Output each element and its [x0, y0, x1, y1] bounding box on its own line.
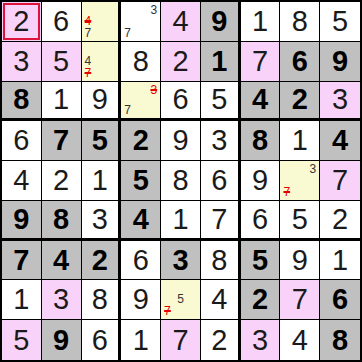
cell-r5c2[interactable]: 2	[42, 161, 82, 201]
cell-r6c3[interactable]: 3	[82, 201, 122, 241]
cell-r5c7[interactable]: 9	[241, 161, 281, 201]
cell-r9c7[interactable]: 3	[241, 320, 281, 360]
cell-r1c3[interactable]: 47	[82, 2, 122, 42]
cell-r2c1[interactable]: 3	[2, 42, 42, 82]
cell-r1c8[interactable]: 8	[280, 2, 320, 42]
cell-r5c8[interactable]: 37	[280, 161, 320, 201]
given-digit: 9	[211, 7, 227, 36]
cell-r5c5[interactable]: 8	[161, 161, 201, 201]
eliminated-candidate: 7	[283, 186, 290, 198]
entered-digit: 5	[211, 85, 227, 114]
cell-r8c5[interactable]: 57	[161, 280, 201, 320]
entered-digit: 5	[332, 7, 348, 36]
cell-r2c4[interactable]: 8	[121, 42, 161, 82]
given-digit: 2	[252, 285, 268, 314]
cell-r9c5[interactable]: 7	[161, 320, 201, 360]
eliminated-candidate: 3	[150, 84, 157, 96]
cell-r3c8[interactable]: 2	[280, 82, 320, 122]
given-digit: 2	[92, 246, 108, 275]
cell-r5c3[interactable]: 1	[82, 161, 122, 201]
cell-r4c3[interactable]: 5	[82, 121, 122, 161]
cell-r4c4[interactable]: 2	[121, 121, 161, 161]
cell-r1c9[interactable]: 5	[320, 2, 360, 42]
entered-digit: 9	[133, 285, 149, 314]
cell-r9c1[interactable]: 5	[2, 320, 42, 360]
entered-digit: 6	[92, 326, 108, 355]
entered-digit: 3	[92, 205, 108, 234]
candidate: 3	[150, 4, 157, 16]
given-digit: 3	[172, 246, 188, 275]
entered-digit: 5	[53, 47, 69, 76]
cell-r9c4[interactable]: 1	[121, 320, 161, 360]
entered-digit: 1	[292, 126, 308, 155]
cell-r6c4[interactable]: 4	[121, 201, 161, 241]
cell-r3c6[interactable]: 5	[201, 82, 241, 122]
cell-r1c2[interactable]: 6	[42, 2, 82, 42]
entered-digit: 7	[332, 166, 348, 195]
entered-digit: 2	[172, 47, 188, 76]
entered-digit: 8	[172, 166, 188, 195]
entered-digit: 8	[211, 246, 227, 275]
entered-digit: 1	[53, 85, 69, 114]
given-digit: 5	[92, 126, 108, 155]
cell-r3c4[interactable]: 37	[121, 82, 161, 122]
entered-digit: 9	[92, 85, 108, 114]
cell-r1c7[interactable]: 1	[241, 2, 281, 42]
entered-digit: 5	[292, 205, 308, 234]
entered-digit: 6	[13, 126, 29, 155]
cell-r4c6[interactable]: 3	[201, 121, 241, 161]
cell-r8c1[interactable]: 1	[2, 280, 42, 320]
entered-digit: 1	[172, 205, 188, 234]
cell-r7c5[interactable]: 3	[161, 241, 201, 281]
cell-r5c4[interactable]: 5	[121, 161, 161, 201]
entered-digit: 6	[172, 85, 188, 114]
entered-digit: 2	[332, 205, 348, 234]
cell-r1c4[interactable]: 37	[121, 2, 161, 42]
entered-digit: 3	[252, 326, 268, 355]
given-digit: 8	[332, 326, 348, 355]
cell-r8c6[interactable]: 4	[201, 280, 241, 320]
given-digit: 9	[13, 205, 29, 234]
given-digit: 8	[53, 205, 69, 234]
cell-r3c5[interactable]: 6	[161, 82, 201, 122]
cell-r2c2[interactable]: 5	[42, 42, 82, 82]
pencil-marks: 37	[121, 82, 160, 119]
given-digit: 4	[252, 85, 268, 114]
entered-digit: 1	[92, 166, 108, 195]
cell-r5c1[interactable]: 4	[2, 161, 42, 201]
entered-digit: 8	[292, 7, 308, 36]
given-digit: 7	[13, 246, 29, 275]
cell-r7c6[interactable]: 8	[201, 241, 241, 281]
given-digit: 5	[252, 246, 268, 275]
cell-r2c5[interactable]: 2	[161, 42, 201, 82]
candidate: 7	[124, 27, 131, 39]
cell-r6c7[interactable]: 6	[241, 201, 281, 241]
cell-r7c4[interactable]: 6	[121, 241, 161, 281]
given-digit: 9	[332, 47, 348, 76]
entered-digit: 2	[13, 7, 29, 36]
entered-digit: 2	[53, 166, 69, 195]
entered-digit: 1	[13, 285, 29, 314]
entered-digit: 6	[53, 7, 69, 36]
cell-r8c2[interactable]: 3	[42, 280, 82, 320]
candidate: 4	[85, 55, 92, 67]
cell-r6c8[interactable]: 5	[280, 201, 320, 241]
entered-digit: 6	[133, 246, 149, 275]
cell-r7c7[interactable]: 5	[241, 241, 281, 281]
cell-r7c3[interactable]: 2	[82, 241, 122, 281]
eliminated-candidate: 7	[85, 67, 92, 79]
cell-r6c1[interactable]: 9	[2, 201, 42, 241]
cell-r5c6[interactable]: 6	[201, 161, 241, 201]
entered-digit: 5	[13, 326, 29, 355]
pencil-marks: 57	[161, 280, 200, 319]
entered-digit: 3	[13, 47, 29, 76]
entered-digit: 7	[252, 47, 268, 76]
cell-r8c3[interactable]: 8	[82, 280, 122, 320]
entered-digit: 3	[211, 126, 227, 155]
entered-digit: 3	[53, 285, 69, 314]
cell-r3c7[interactable]: 4	[241, 82, 281, 122]
given-digit: 6	[292, 47, 308, 76]
given-digit: 4	[53, 246, 69, 275]
candidate: 7	[124, 104, 131, 116]
given-digit: 7	[53, 126, 69, 155]
cell-r6c5[interactable]: 1	[161, 201, 201, 241]
cell-r7c8[interactable]: 9	[280, 241, 320, 281]
cell-r7c1[interactable]: 7	[2, 241, 42, 281]
cell-r9c8[interactable]: 4	[280, 320, 320, 360]
entered-digit: 7	[211, 205, 227, 234]
cell-r1c1[interactable]: 2	[2, 2, 42, 42]
cell-r6c9[interactable]: 2	[320, 201, 360, 241]
pencil-marks: 37	[121, 2, 160, 41]
cell-r4c9[interactable]: 4	[320, 121, 360, 161]
cell-r8c8[interactable]: 7	[280, 280, 320, 320]
entered-digit: 2	[211, 326, 227, 355]
cell-r4c5[interactable]: 9	[161, 121, 201, 161]
cell-r4c8[interactable]: 1	[280, 121, 320, 161]
pencil-marks: 47	[82, 2, 119, 41]
cell-r4c7[interactable]: 8	[241, 121, 281, 161]
pencil-marks: 37	[280, 161, 319, 200]
entered-digit: 1	[332, 246, 348, 275]
cell-r8c7[interactable]: 2	[241, 280, 281, 320]
cell-r7c9[interactable]: 1	[320, 241, 360, 281]
candidate: 7	[85, 27, 92, 39]
entered-digit: 9	[252, 166, 268, 195]
entered-digit: 6	[211, 166, 227, 195]
entered-digit: 7	[292, 285, 308, 314]
candidate: 5	[177, 293, 184, 305]
cell-r4c1[interactable]: 6	[2, 121, 42, 161]
cell-r5c9[interactable]: 7	[320, 161, 360, 201]
cell-r3c9[interactable]: 3	[320, 82, 360, 122]
cell-r9c9[interactable]: 8	[320, 320, 360, 360]
cell-r2c9[interactable]: 9	[320, 42, 360, 82]
given-digit: 4	[332, 126, 348, 155]
given-digit: 5	[133, 166, 149, 195]
cell-r2c3[interactable]: 47	[82, 42, 122, 82]
entered-digit: 4	[292, 326, 308, 355]
given-digit: 1	[211, 47, 227, 76]
cell-r1c6[interactable]: 9	[201, 2, 241, 42]
cell-r1c5[interactable]: 4	[161, 2, 201, 42]
given-digit: 8	[13, 85, 29, 114]
entered-digit: 8	[133, 47, 149, 76]
cell-r8c9[interactable]: 6	[320, 280, 360, 320]
cell-r8c4[interactable]: 9	[121, 280, 161, 320]
entered-digit: 8	[92, 285, 108, 314]
entered-digit: 9	[172, 126, 188, 155]
cell-r9c6[interactable]: 2	[201, 320, 241, 360]
entered-digit: 4	[211, 285, 227, 314]
entered-digit: 4	[172, 7, 188, 36]
cell-r4c2[interactable]: 7	[42, 121, 82, 161]
cell-r6c6[interactable]: 7	[201, 201, 241, 241]
entered-digit: 9	[292, 246, 308, 275]
cell-r2c8[interactable]: 6	[280, 42, 320, 82]
cell-r6c2[interactable]: 8	[42, 201, 82, 241]
cell-r3c3[interactable]: 9	[82, 82, 122, 122]
sudoku-board: 2647374918535478217698193765423675293814…	[0, 0, 362, 362]
cell-r2c7[interactable]: 7	[241, 42, 281, 82]
eliminated-candidate: 4	[85, 15, 92, 27]
cell-r2c6[interactable]: 1	[201, 42, 241, 82]
entered-digit: 6	[252, 205, 268, 234]
entered-digit: 3	[332, 85, 348, 114]
cell-r9c2[interactable]: 9	[42, 320, 82, 360]
entered-digit: 4	[13, 166, 29, 195]
cell-r9c3[interactable]: 6	[82, 320, 122, 360]
given-digit: 2	[292, 85, 308, 114]
pencil-marks: 47	[82, 42, 119, 81]
entered-digit: 1	[252, 7, 268, 36]
entered-digit: 1	[133, 326, 149, 355]
cell-r3c1[interactable]: 8	[2, 82, 42, 122]
given-digit: 2	[133, 126, 149, 155]
given-digit: 6	[332, 285, 348, 314]
cell-r3c2[interactable]: 1	[42, 82, 82, 122]
candidate: 3	[310, 163, 317, 175]
cell-r7c2[interactable]: 4	[42, 241, 82, 281]
eliminated-candidate: 7	[164, 305, 171, 317]
entered-digit: 7	[172, 326, 188, 355]
given-digit: 9	[53, 326, 69, 355]
given-digit: 4	[133, 205, 149, 234]
given-digit: 8	[252, 126, 268, 155]
